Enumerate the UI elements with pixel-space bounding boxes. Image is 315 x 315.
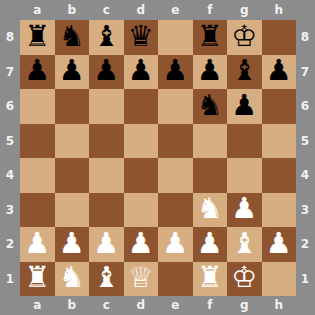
square-c2[interactable]: ♟ xyxy=(89,227,124,262)
rank-label-3: 3 xyxy=(0,193,20,228)
file-label-e: e xyxy=(158,295,193,315)
file-label-e: e xyxy=(158,0,193,20)
rank-label-8: 8 xyxy=(295,20,315,55)
square-d1[interactable]: ♕ xyxy=(124,262,159,297)
square-a3[interactable] xyxy=(20,193,55,228)
file-label-f: f xyxy=(193,295,228,315)
square-b6[interactable] xyxy=(55,89,90,124)
square-c8[interactable]: ♝ xyxy=(89,20,124,55)
square-c3[interactable] xyxy=(89,193,124,228)
square-h5[interactable] xyxy=(262,124,297,159)
white-pawn-a2-icon: ♟ xyxy=(24,229,50,258)
black-pawn-b7-icon: ♟ xyxy=(59,56,85,85)
white-pawn-h2-icon: ♟ xyxy=(266,229,292,258)
square-f8[interactable]: ♜ xyxy=(193,20,228,55)
square-f4[interactable] xyxy=(193,158,228,193)
square-f5[interactable] xyxy=(193,124,228,159)
square-h4[interactable] xyxy=(262,158,297,193)
square-b4[interactable] xyxy=(55,158,90,193)
black-rook-f8-icon: ♜ xyxy=(197,22,223,51)
square-d4[interactable] xyxy=(124,158,159,193)
file-label-h: h xyxy=(262,0,297,20)
file-label-g: g xyxy=(227,295,262,315)
square-b5[interactable] xyxy=(55,124,90,159)
rank-label-6: 6 xyxy=(295,89,315,124)
square-e1[interactable] xyxy=(158,262,193,297)
rank-label-3: 3 xyxy=(295,193,315,228)
rank-label-7: 7 xyxy=(295,55,315,90)
file-label-d: d xyxy=(124,295,159,315)
square-c6[interactable] xyxy=(89,89,124,124)
square-c7[interactable]: ♟ xyxy=(89,55,124,90)
square-b8[interactable]: ♞ xyxy=(55,20,90,55)
rank-label-4: 4 xyxy=(0,158,20,193)
square-d2[interactable]: ♟ xyxy=(124,227,159,262)
square-a8[interactable]: ♜ xyxy=(20,20,55,55)
chess-board: ♜♞♝♛♜♔♟♟♟♟♟♟♝♟♞♟♞♟♟♟♟♟♟♟♝♟♜♞♝♕♜♔ xyxy=(20,20,296,296)
black-bishop-g7-icon: ♝ xyxy=(231,56,257,85)
rank-labels-left: 87654321 xyxy=(0,20,20,296)
rank-label-5: 5 xyxy=(0,124,20,159)
square-f1[interactable]: ♜ xyxy=(193,262,228,297)
black-pawn-a7-icon: ♟ xyxy=(24,56,50,85)
square-a5[interactable] xyxy=(20,124,55,159)
square-e8[interactable] xyxy=(158,20,193,55)
square-a6[interactable] xyxy=(20,89,55,124)
file-label-b: b xyxy=(55,0,90,20)
white-bishop-g2-icon: ♝ xyxy=(231,229,257,258)
square-e7[interactable]: ♟ xyxy=(158,55,193,90)
square-e5[interactable] xyxy=(158,124,193,159)
square-d6[interactable] xyxy=(124,89,159,124)
square-h1[interactable] xyxy=(262,262,297,297)
black-pawn-g6-icon: ♟ xyxy=(231,91,257,120)
white-king-g1-icon: ♔ xyxy=(231,263,257,292)
rank-label-8: 8 xyxy=(0,20,20,55)
black-bishop-c8-icon: ♝ xyxy=(93,22,119,51)
square-b7[interactable]: ♟ xyxy=(55,55,90,90)
square-g8[interactable]: ♔ xyxy=(227,20,262,55)
rank-label-2: 2 xyxy=(295,227,315,262)
square-d3[interactable] xyxy=(124,193,159,228)
square-g6[interactable]: ♟ xyxy=(227,89,262,124)
square-a7[interactable]: ♟ xyxy=(20,55,55,90)
file-labels-bottom: abcdefgh xyxy=(20,295,296,315)
white-pawn-d2-icon: ♟ xyxy=(128,229,154,258)
square-h8[interactable] xyxy=(262,20,297,55)
rank-label-4: 4 xyxy=(295,158,315,193)
square-a2[interactable]: ♟ xyxy=(20,227,55,262)
square-e4[interactable] xyxy=(158,158,193,193)
square-b2[interactable]: ♟ xyxy=(55,227,90,262)
square-a4[interactable] xyxy=(20,158,55,193)
rank-label-1: 1 xyxy=(295,262,315,297)
square-e6[interactable] xyxy=(158,89,193,124)
white-pawn-f2-icon: ♟ xyxy=(197,229,223,258)
square-f2[interactable]: ♟ xyxy=(193,227,228,262)
white-pawn-e2-icon: ♟ xyxy=(162,229,188,258)
rank-label-6: 6 xyxy=(0,89,20,124)
square-c1[interactable]: ♝ xyxy=(89,262,124,297)
file-label-a: a xyxy=(20,295,55,315)
black-queen-d8-icon: ♛ xyxy=(128,22,154,51)
chess-app: { "game": "chess", "position": { "fen": … xyxy=(0,0,315,315)
file-label-g: g xyxy=(227,0,262,20)
square-c4[interactable] xyxy=(89,158,124,193)
black-pawn-e7-icon: ♟ xyxy=(162,56,188,85)
file-label-b: b xyxy=(55,295,90,315)
file-label-f: f xyxy=(193,0,228,20)
black-knight-f6-icon: ♞ xyxy=(197,91,223,120)
white-pawn-g3-icon: ♟ xyxy=(231,194,257,223)
white-rook-a1-icon: ♜ xyxy=(24,263,50,292)
square-g7[interactable]: ♝ xyxy=(227,55,262,90)
black-pawn-f7-icon: ♟ xyxy=(197,56,223,85)
white-knight-f3-icon: ♞ xyxy=(197,194,223,223)
square-f7[interactable]: ♟ xyxy=(193,55,228,90)
black-rook-a8-icon: ♜ xyxy=(24,22,50,51)
white-rook-f1-icon: ♜ xyxy=(197,263,223,292)
square-g2[interactable]: ♝ xyxy=(227,227,262,262)
file-labels-top: abcdefgh xyxy=(20,0,296,20)
square-h3[interactable] xyxy=(262,193,297,228)
square-g4[interactable] xyxy=(227,158,262,193)
square-h6[interactable] xyxy=(262,89,297,124)
white-pawn-b2-icon: ♟ xyxy=(59,229,85,258)
square-g3[interactable]: ♟ xyxy=(227,193,262,228)
white-knight-b1-icon: ♞ xyxy=(59,263,85,292)
black-knight-b8-icon: ♞ xyxy=(59,22,85,51)
white-bishop-c1-icon: ♝ xyxy=(93,263,119,292)
white-pawn-c2-icon: ♟ xyxy=(93,229,119,258)
square-c5[interactable] xyxy=(89,124,124,159)
black-pawn-h7-icon: ♟ xyxy=(266,56,292,85)
square-b3[interactable] xyxy=(55,193,90,228)
square-f6[interactable]: ♞ xyxy=(193,89,228,124)
rank-label-2: 2 xyxy=(0,227,20,262)
square-h7[interactable]: ♟ xyxy=(262,55,297,90)
square-h2[interactable]: ♟ xyxy=(262,227,297,262)
square-a1[interactable]: ♜ xyxy=(20,262,55,297)
white-queen-d1-icon: ♕ xyxy=(128,263,154,292)
square-b1[interactable]: ♞ xyxy=(55,262,90,297)
rank-label-7: 7 xyxy=(0,55,20,90)
square-g5[interactable] xyxy=(227,124,262,159)
square-d8[interactable]: ♛ xyxy=(124,20,159,55)
black-pawn-d7-icon: ♟ xyxy=(128,56,154,85)
square-d7[interactable]: ♟ xyxy=(124,55,159,90)
black-king-g8-icon: ♔ xyxy=(231,22,257,51)
file-label-c: c xyxy=(89,0,124,20)
black-pawn-c7-icon: ♟ xyxy=(93,56,119,85)
rank-labels-right: 87654321 xyxy=(295,20,315,296)
square-f3[interactable]: ♞ xyxy=(193,193,228,228)
file-label-c: c xyxy=(89,295,124,315)
square-e3[interactable] xyxy=(158,193,193,228)
file-label-d: d xyxy=(124,0,159,20)
file-label-h: h xyxy=(262,295,297,315)
rank-label-5: 5 xyxy=(295,124,315,159)
rank-label-1: 1 xyxy=(0,262,20,297)
square-g1[interactable]: ♔ xyxy=(227,262,262,297)
square-e2[interactable]: ♟ xyxy=(158,227,193,262)
square-d5[interactable] xyxy=(124,124,159,159)
file-label-a: a xyxy=(20,0,55,20)
